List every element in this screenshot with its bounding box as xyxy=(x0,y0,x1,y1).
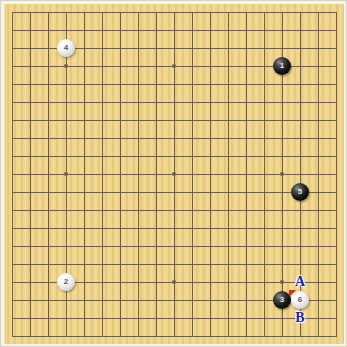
stone-black-5[interactable]: 5 xyxy=(291,183,309,201)
board-intersections[interactable]: 123456AB xyxy=(3,3,345,345)
red-triangle-marker xyxy=(289,290,296,297)
stone-white-2[interactable]: 2 xyxy=(57,273,75,291)
star-point xyxy=(64,172,68,176)
star-point xyxy=(172,280,176,284)
diagram-frame: 123456AB xyxy=(0,0,347,347)
move-number: 4 xyxy=(64,44,68,52)
move-number: 5 xyxy=(298,188,302,196)
move-number: 2 xyxy=(64,278,68,286)
star-point xyxy=(64,64,68,68)
star-point xyxy=(280,280,284,284)
stone-black-1[interactable]: 1 xyxy=(273,57,291,75)
move-number: 3 xyxy=(280,296,284,304)
star-point xyxy=(280,172,284,176)
star-point xyxy=(172,64,176,68)
star-point xyxy=(172,172,176,176)
move-number: 6 xyxy=(298,296,302,304)
stone-white-6[interactable]: 6 xyxy=(291,291,309,309)
variation-label-B[interactable]: B xyxy=(291,309,309,327)
variation-label-A[interactable]: A xyxy=(291,273,309,291)
move-number: 1 xyxy=(280,62,284,70)
stone-white-4[interactable]: 4 xyxy=(57,39,75,57)
